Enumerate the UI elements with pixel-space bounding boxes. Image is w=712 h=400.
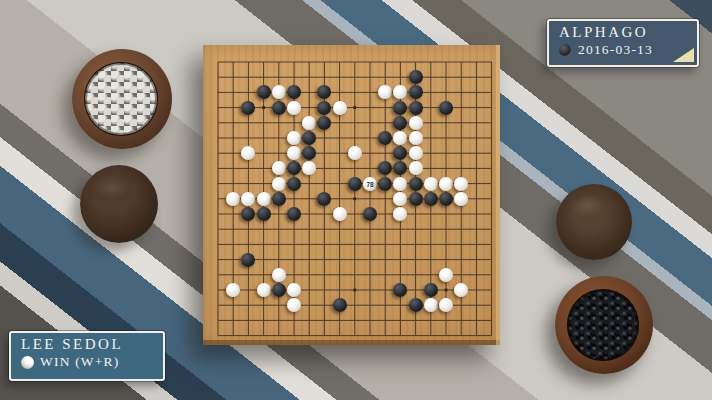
black-stone (317, 192, 331, 206)
alphago-name: ALPHAGO (559, 24, 687, 41)
black-stone (272, 192, 286, 206)
game-date: 2016-03-13 (578, 42, 653, 58)
white-stone (287, 298, 301, 312)
alphago-plate: ALPHAGO 2016-03-13 (547, 19, 699, 67)
black-stone (317, 116, 331, 130)
lee-sedol-plate: LEE SEDOL WIN (W+R) (9, 331, 165, 381)
go-board: 78 (203, 45, 500, 345)
black-stone (272, 283, 286, 297)
black-stone (378, 131, 392, 145)
black-stones-bowl (555, 276, 653, 374)
white-stone (226, 192, 240, 206)
black-stone (393, 101, 407, 115)
white-stone (454, 192, 468, 206)
black-stone (241, 101, 255, 115)
go-board-grid: 78 (203, 45, 500, 345)
black-stone (287, 177, 301, 191)
bowl-lid-left (80, 165, 158, 243)
white-stones-bowl-art (72, 49, 172, 149)
black-stone (241, 207, 255, 221)
black-stone (257, 207, 271, 221)
black-stone (439, 192, 453, 206)
black-stone (378, 177, 392, 191)
white-stone (393, 177, 407, 191)
black-stone (287, 161, 301, 175)
bowl-lid-right (556, 184, 632, 260)
white-stone (287, 283, 301, 297)
white-stone (272, 268, 286, 282)
black-stone (409, 85, 423, 99)
white-stone (272, 177, 286, 191)
black-stones-bowl-art (555, 276, 653, 374)
black-stone (302, 131, 316, 145)
black-stone (393, 161, 407, 175)
lee-sedol-name: LEE SEDOL (21, 336, 153, 353)
black-stone (393, 116, 407, 130)
black-stone (241, 253, 255, 267)
black-stone (424, 192, 438, 206)
white-stone (454, 177, 468, 191)
black-stone (409, 192, 423, 206)
white-stone (424, 298, 438, 312)
white-stone (439, 298, 453, 312)
black-stone (348, 177, 362, 191)
black-stone (317, 85, 331, 99)
black-stone (393, 283, 407, 297)
white-stone (287, 146, 301, 160)
black-stone (317, 101, 331, 115)
white-stone-icon (21, 356, 34, 369)
white-stone (409, 116, 423, 130)
white-stone (287, 101, 301, 115)
white-stone (241, 192, 255, 206)
white-stone (226, 283, 240, 297)
white-stone (241, 146, 255, 160)
white-stone (454, 283, 468, 297)
black-stone-icon (559, 44, 572, 57)
white-stone (378, 85, 392, 99)
white-stone (348, 146, 362, 160)
black-stone (287, 207, 301, 221)
white-stone (333, 207, 347, 221)
white-stone (393, 207, 407, 221)
black-stone (409, 70, 423, 84)
white-stone (393, 85, 407, 99)
white-stone (439, 268, 453, 282)
white-stone (424, 177, 438, 191)
black-stone (378, 161, 392, 175)
black-stone (333, 298, 347, 312)
white-stone (393, 192, 407, 206)
black-stone (393, 146, 407, 160)
white-stone (439, 177, 453, 191)
white-stone (302, 161, 316, 175)
white-stone (333, 101, 347, 115)
black-stone (409, 298, 423, 312)
result-text: WIN (W+R) (40, 354, 120, 370)
white-stone (409, 146, 423, 160)
black-stone (272, 101, 286, 115)
white-stone (272, 85, 286, 99)
white-stone (257, 192, 271, 206)
black-stone (257, 85, 271, 99)
white-stone (409, 131, 423, 145)
white-stone (272, 161, 286, 175)
move-number-label: 78 (363, 177, 377, 191)
white-stone (257, 283, 271, 297)
white-stone (302, 116, 316, 130)
white-stone (393, 131, 407, 145)
black-stone (302, 146, 316, 160)
black-stone (287, 85, 301, 99)
white-stone (409, 161, 423, 175)
black-stone (409, 101, 423, 115)
black-stone (363, 207, 377, 221)
black-stone (409, 177, 423, 191)
white-stone (287, 131, 301, 145)
black-stone (424, 283, 438, 297)
black-stone (439, 101, 453, 115)
white-stones-bowl (72, 49, 172, 149)
